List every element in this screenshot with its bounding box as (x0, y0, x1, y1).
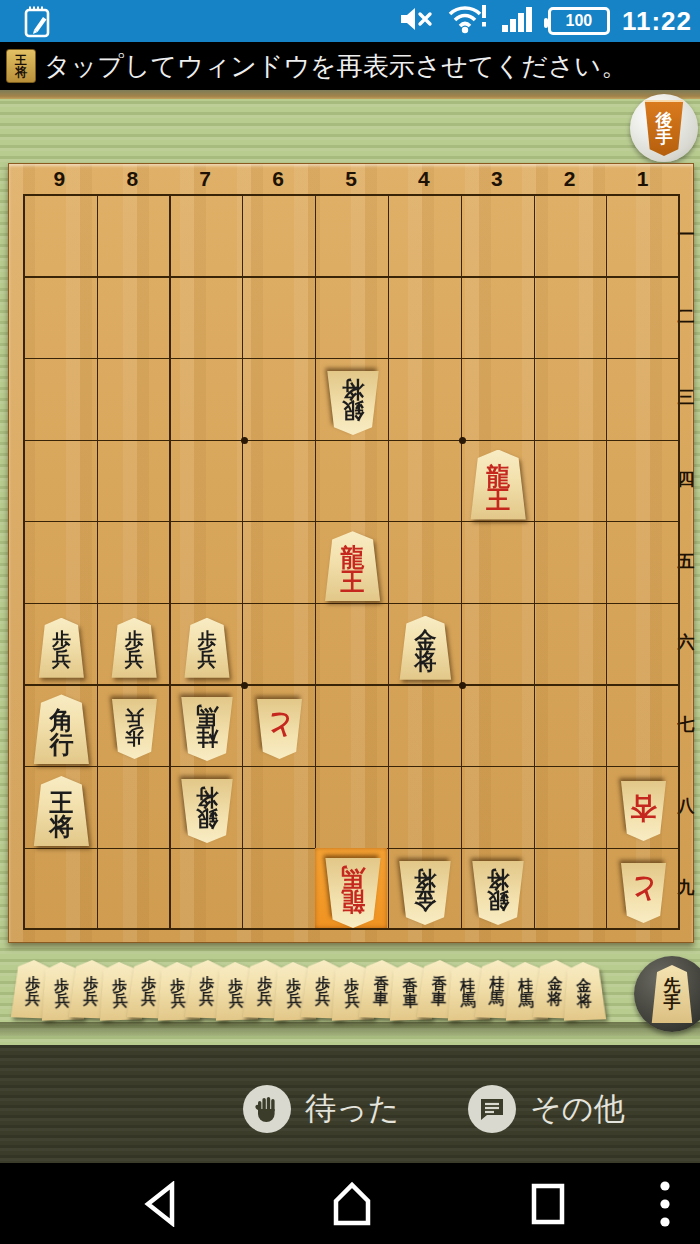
piece-5三[interactable]: 銀将 (325, 371, 381, 435)
bottom-menu-bar: 待った その他 (0, 1045, 700, 1163)
pieces-layer: 銀将龍王龍王歩兵歩兵歩兵金将角行歩兵桂馬と王将銀将杏龍馬金将銀将と (25, 196, 680, 930)
piece-8六[interactable]: 歩兵 (110, 618, 159, 678)
piece-4六[interactable]: 金将 (397, 616, 453, 680)
hand-piece-金将-2[interactable]: 金将 (560, 961, 608, 1021)
file-label: 6 (242, 165, 315, 193)
phone-screen: 100 11:22 王将 タップしてウィンドウを再表示させてください。 後手 9… (0, 0, 700, 1244)
piece-8七[interactable]: 歩兵 (110, 699, 159, 759)
piece-6七[interactable]: と (255, 699, 304, 759)
game-area: 後手 987654321 一二三四五六七八九 銀将龍王龍王歩兵歩兵歩兵金将角行歩… (0, 90, 700, 1163)
hand-icon (243, 1085, 291, 1133)
notification-text: タップしてウィンドウを再表示させてください。 (44, 49, 627, 84)
android-nav-bar (0, 1163, 700, 1244)
other-button[interactable]: その他 (468, 1083, 624, 1135)
undo-label: 待った (305, 1088, 399, 1130)
battery-indicator: 100 (548, 7, 610, 35)
piece-3四[interactable]: 龍王 (468, 450, 528, 520)
notification-bar[interactable]: 王将 タップしてウィンドウを再表示させてください。 (0, 42, 700, 90)
note-icon (22, 5, 56, 43)
mute-icon (398, 4, 434, 38)
piece-9八[interactable]: 王将 (31, 776, 91, 846)
file-label: 7 (169, 165, 242, 193)
piece-9七[interactable]: 角行 (31, 694, 91, 764)
clock: 11:22 (622, 6, 692, 37)
file-label: 1 (606, 165, 679, 193)
sente-player-badge: 先手 (634, 956, 700, 1032)
piece-4九[interactable]: 金将 (397, 861, 453, 925)
overflow-menu-button[interactable] (658, 1179, 672, 1233)
shogi-board: 987654321 一二三四五六七八九 銀将龍王龍王歩兵歩兵歩兵金将角行歩兵桂馬… (8, 163, 694, 943)
tray-shelf-shadow (0, 1022, 700, 1036)
top-trim (0, 90, 700, 99)
other-label: その他 (530, 1088, 624, 1130)
file-label: 9 (23, 165, 96, 193)
file-labels: 987654321 (23, 165, 679, 193)
piece-9六[interactable]: 歩兵 (37, 618, 86, 678)
piece-1九[interactable]: と (619, 863, 668, 923)
signal-icon (500, 4, 536, 38)
shogi-piece-icon: 王将 (6, 49, 36, 83)
gote-player-badge: 後手 (630, 94, 698, 162)
home-button[interactable] (330, 1181, 374, 1231)
file-label: 3 (460, 165, 533, 193)
file-label: 2 (533, 165, 606, 193)
piece-3九[interactable]: 銀将 (470, 861, 526, 925)
piece-5五[interactable]: 龍王 (323, 531, 383, 601)
piece-7七[interactable]: 桂馬 (179, 697, 235, 761)
piece-5九[interactable]: 龍馬 (323, 858, 383, 928)
back-button[interactable] (140, 1181, 184, 1231)
chat-bubble-icon (468, 1085, 516, 1133)
piece-1八[interactable]: 杏 (619, 781, 668, 841)
status-bar: 100 11:22 (0, 0, 700, 42)
recents-button[interactable] (528, 1181, 568, 1231)
wifi-icon (446, 3, 488, 39)
file-label: 4 (387, 165, 460, 193)
file-label: 8 (96, 165, 169, 193)
piece-7八[interactable]: 銀将 (179, 779, 235, 843)
undo-button[interactable]: 待った (243, 1083, 399, 1135)
file-label: 5 (315, 165, 388, 193)
piece-7六[interactable]: 歩兵 (183, 618, 232, 678)
